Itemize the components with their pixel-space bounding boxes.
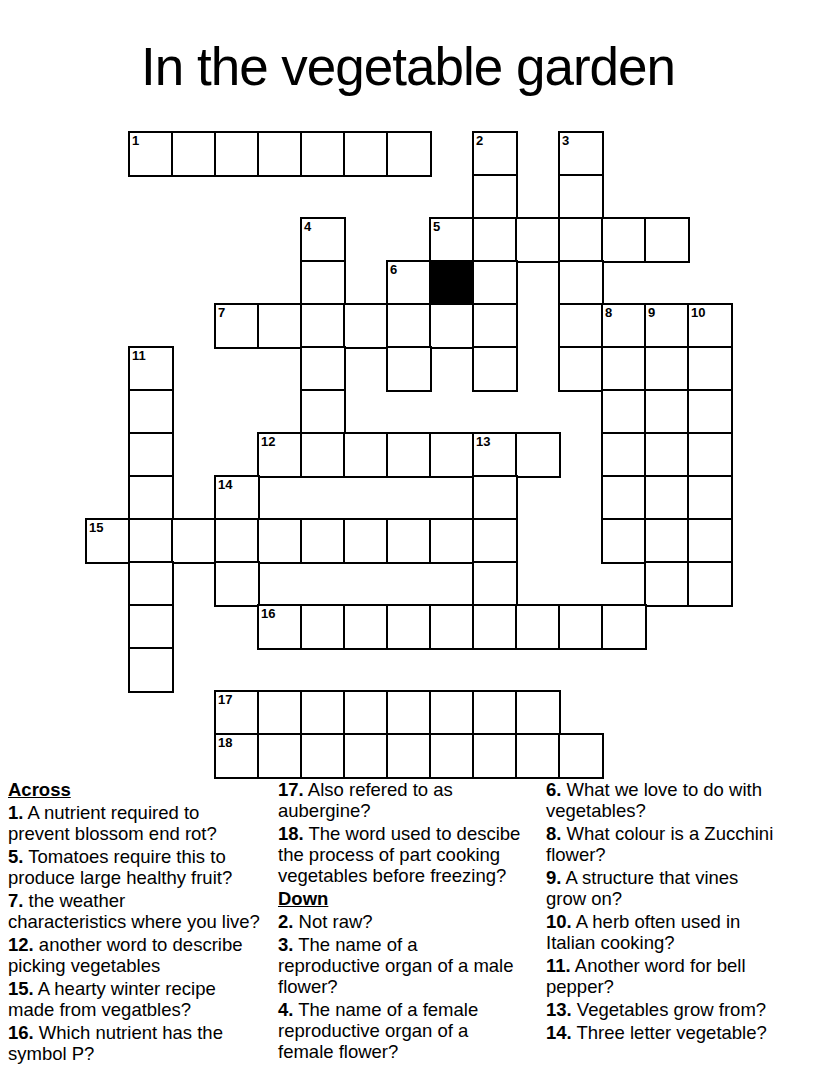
clue-text: Another word for bell pepper? bbox=[546, 955, 746, 997]
clue-number-label: 7. bbox=[8, 890, 23, 911]
grid-cell[interactable] bbox=[472, 303, 518, 349]
grid-cell[interactable] bbox=[429, 690, 475, 736]
across-clue-1: 1. A nutrient required to prevent blosso… bbox=[8, 802, 272, 844]
clue-number-label: 18. bbox=[278, 823, 304, 844]
grid-cell[interactable]: 7 bbox=[214, 303, 260, 349]
grid-cell[interactable] bbox=[687, 561, 733, 607]
grid-cell[interactable] bbox=[386, 733, 432, 779]
grid-cell[interactable] bbox=[515, 733, 561, 779]
grid-cell[interactable] bbox=[515, 432, 561, 478]
down-clue-13: 13. Vegetables grow from? bbox=[546, 999, 812, 1020]
grid-cell[interactable] bbox=[558, 346, 604, 392]
grid-cell[interactable] bbox=[472, 733, 518, 779]
clues-column-1: Across1. A nutrient required to prevent … bbox=[8, 779, 272, 1066]
clue-number-label: 15. bbox=[8, 978, 34, 999]
grid-cell[interactable] bbox=[601, 389, 647, 435]
clue-text: A hearty winter recipe made from vegatbl… bbox=[8, 978, 216, 1020]
grid-cell[interactable] bbox=[257, 518, 303, 564]
clue-number-label: 5. bbox=[8, 846, 23, 867]
down-clue-3: 3. The name of a reproductive organ of a… bbox=[278, 934, 538, 997]
grid-cell[interactable] bbox=[515, 690, 561, 736]
grid-cell[interactable]: 8 bbox=[601, 303, 647, 349]
grid-cell[interactable] bbox=[128, 518, 174, 564]
grid-cell[interactable] bbox=[300, 260, 346, 306]
grid-cell[interactable] bbox=[644, 561, 690, 607]
grid-cell[interactable] bbox=[472, 561, 518, 607]
clue-text: Also refered to as aubergine? bbox=[278, 779, 453, 821]
clue-text: the weather characteristics where you li… bbox=[8, 890, 260, 932]
clue-number: 5 bbox=[433, 219, 440, 234]
grid-cell[interactable] bbox=[429, 432, 475, 478]
down-clue-10: 10. A herb often used in Italian cooking… bbox=[546, 911, 812, 953]
grid-cell[interactable] bbox=[257, 690, 303, 736]
grid-cell[interactable] bbox=[300, 432, 346, 478]
down-clue-6: 6. What we love to do with vegetables? bbox=[546, 779, 812, 821]
clue-text: The name of a female reproductive organ … bbox=[278, 999, 478, 1062]
grid-cell[interactable] bbox=[386, 604, 432, 650]
clue-number-label: 3. bbox=[278, 934, 293, 955]
clue-number: 3 bbox=[562, 133, 569, 148]
grid-cell[interactable] bbox=[386, 346, 432, 392]
grid-cell[interactable] bbox=[343, 518, 389, 564]
grid-cell[interactable] bbox=[644, 432, 690, 478]
grid-cell[interactable] bbox=[558, 217, 604, 263]
crossword-grid: 123456789101112131415161718 bbox=[85, 131, 735, 781]
down-clue-4: 4. The name of a female reproductive org… bbox=[278, 999, 538, 1062]
grid-cell[interactable]: 5 bbox=[429, 217, 475, 263]
clue-number: 17 bbox=[218, 692, 232, 707]
clue-number: 11 bbox=[132, 348, 146, 363]
grid-cell[interactable] bbox=[644, 346, 690, 392]
grid-cell[interactable] bbox=[558, 733, 604, 779]
clue-number: 6 bbox=[390, 262, 397, 277]
clue-number-label: 1. bbox=[8, 802, 23, 823]
clue-text: Vegetables grow from? bbox=[577, 999, 766, 1020]
clue-number: 18 bbox=[218, 735, 232, 750]
clue-text: What colour is a Zucchini flower? bbox=[546, 823, 773, 865]
across-clue-12: 12. another word to describe picking veg… bbox=[8, 934, 272, 976]
clue-number: 1 bbox=[132, 133, 139, 148]
clue-text: Not raw? bbox=[299, 911, 373, 932]
grid-cell[interactable]: 3 bbox=[558, 131, 604, 177]
grid-cell[interactable] bbox=[644, 217, 690, 263]
clue-number-label: 8. bbox=[546, 823, 561, 844]
down-clue-14: 14. Three letter vegetable? bbox=[546, 1022, 812, 1043]
grid-cell[interactable] bbox=[644, 389, 690, 435]
clue-text: A nutrient required to prevent blossom e… bbox=[8, 802, 217, 844]
grid-cell[interactable]: 13 bbox=[472, 432, 518, 478]
clue-number-label: 12. bbox=[8, 934, 34, 955]
grid-cell[interactable] bbox=[687, 346, 733, 392]
grid-cell[interactable]: 2 bbox=[472, 131, 518, 177]
clue-text: another word to describe picking vegetab… bbox=[8, 934, 242, 976]
across-clue-7: 7. the weather characteristics where you… bbox=[8, 890, 272, 932]
grid-cell[interactable] bbox=[472, 217, 518, 263]
grid-cell[interactable]: 12 bbox=[257, 432, 303, 478]
grid-cell[interactable] bbox=[300, 518, 346, 564]
clue-number: 8 bbox=[605, 305, 612, 320]
grid-cell[interactable] bbox=[300, 733, 346, 779]
grid-cell[interactable] bbox=[687, 389, 733, 435]
grid-cell[interactable] bbox=[429, 604, 475, 650]
clue-number: 2 bbox=[476, 133, 483, 148]
grid-cell[interactable] bbox=[386, 131, 432, 177]
grid-cell[interactable] bbox=[300, 389, 346, 435]
grid-cell[interactable] bbox=[601, 475, 647, 521]
clue-number-label: 16. bbox=[8, 1022, 34, 1043]
grid-cell[interactable] bbox=[343, 733, 389, 779]
down-clue-2: 2. Not raw? bbox=[278, 911, 538, 932]
clue-text: Which nutrient has the symbol P? bbox=[8, 1022, 223, 1064]
grid-cell[interactable] bbox=[171, 131, 217, 177]
grid-cell[interactable] bbox=[601, 346, 647, 392]
grid-cell[interactable] bbox=[472, 346, 518, 392]
grid-cell[interactable] bbox=[386, 432, 432, 478]
grid-cell[interactable]: 6 bbox=[386, 260, 432, 306]
grid-cell[interactable]: 9 bbox=[644, 303, 690, 349]
grid-cell[interactable] bbox=[515, 604, 561, 650]
grid-cell[interactable] bbox=[214, 131, 260, 177]
grid-cell[interactable]: 4 bbox=[300, 217, 346, 263]
clue-number: 10 bbox=[691, 305, 705, 320]
across-clue-15: 15. A hearty winter recipe made from veg… bbox=[8, 978, 272, 1020]
grid-cell[interactable] bbox=[171, 518, 217, 564]
grid-cell[interactable]: 11 bbox=[128, 346, 174, 392]
grid-cell[interactable] bbox=[300, 346, 346, 392]
across-heading: Across bbox=[8, 779, 272, 800]
grid-cell[interactable] bbox=[300, 131, 346, 177]
clues-column-2: 17. Also refered to as aubergine?18. The… bbox=[278, 779, 538, 1064]
clue-number: 16 bbox=[261, 606, 275, 621]
grid-cell[interactable] bbox=[644, 475, 690, 521]
black-cell bbox=[429, 260, 475, 306]
grid-cell[interactable] bbox=[472, 475, 518, 521]
clue-text: The name of a reproductive organ of a ma… bbox=[278, 934, 514, 997]
grid-cell[interactable] bbox=[343, 303, 389, 349]
grid-cell[interactable] bbox=[214, 561, 260, 607]
clue-number-label: 10. bbox=[546, 911, 572, 932]
across-clue-5: 5. Tomatoes require this to produce larg… bbox=[8, 846, 272, 888]
clue-number-label: 14. bbox=[546, 1022, 572, 1043]
across-clue-18: 18. The word used to descibe the process… bbox=[278, 823, 538, 886]
clue-text: A structure that vines grow on? bbox=[546, 867, 738, 909]
grid-cell[interactable] bbox=[558, 604, 604, 650]
grid-cell[interactable] bbox=[472, 604, 518, 650]
grid-cell[interactable] bbox=[429, 303, 475, 349]
down-clue-11: 11. Another word for bell pepper? bbox=[546, 955, 812, 997]
grid-cell[interactable] bbox=[386, 518, 432, 564]
grid-cell[interactable]: 15 bbox=[85, 518, 131, 564]
clue-number-label: 4. bbox=[278, 999, 293, 1020]
page-title: In the vegetable garden bbox=[0, 36, 816, 97]
clue-number: 7 bbox=[218, 305, 225, 320]
grid-cell[interactable] bbox=[257, 733, 303, 779]
grid-cell[interactable] bbox=[472, 518, 518, 564]
grid-cell[interactable] bbox=[214, 518, 260, 564]
grid-cell[interactable] bbox=[687, 432, 733, 478]
clue-text: Tomatoes require this to produce large h… bbox=[8, 846, 232, 888]
down-heading: Down bbox=[278, 888, 538, 909]
grid-cell[interactable] bbox=[128, 432, 174, 478]
clue-text: The word used to descibe the process of … bbox=[278, 823, 520, 886]
grid-cell[interactable]: 10 bbox=[687, 303, 733, 349]
grid-cell[interactable]: 1 bbox=[128, 131, 174, 177]
grid-cell[interactable] bbox=[644, 518, 690, 564]
grid-cell[interactable] bbox=[128, 561, 174, 607]
clue-number: 9 bbox=[648, 305, 655, 320]
grid-cell[interactable] bbox=[300, 303, 346, 349]
grid-cell[interactable] bbox=[343, 432, 389, 478]
clue-number: 12 bbox=[261, 434, 275, 449]
grid-cell[interactable] bbox=[257, 303, 303, 349]
grid-cell[interactable] bbox=[558, 174, 604, 220]
clue-number: 4 bbox=[304, 219, 311, 234]
grid-cell[interactable] bbox=[300, 690, 346, 736]
grid-cell[interactable] bbox=[687, 475, 733, 521]
grid-cell[interactable] bbox=[128, 604, 174, 650]
grid-cell[interactable] bbox=[343, 604, 389, 650]
grid-cell[interactable]: 18 bbox=[214, 733, 260, 779]
down-clue-9: 9. A structure that vines grow on? bbox=[546, 867, 812, 909]
clue-number-label: 13. bbox=[546, 999, 572, 1020]
grid-cell[interactable] bbox=[558, 303, 604, 349]
clue-number: 15 bbox=[89, 520, 103, 535]
grid-cell[interactable] bbox=[472, 260, 518, 306]
grid-cell[interactable] bbox=[601, 217, 647, 263]
clues-column-3: 6. What we love to do with vegetables?8.… bbox=[546, 779, 812, 1045]
grid-cell[interactable] bbox=[429, 518, 475, 564]
grid-cell[interactable] bbox=[601, 604, 647, 650]
worksheet-page: In the vegetable garden 1234567891011121… bbox=[0, 0, 816, 1083]
clue-number-label: 9. bbox=[546, 867, 561, 888]
grid-cell[interactable] bbox=[558, 260, 604, 306]
clue-text: What we love to do with vegetables? bbox=[546, 779, 762, 821]
grid-cell[interactable] bbox=[472, 690, 518, 736]
grid-cell[interactable] bbox=[687, 518, 733, 564]
clue-number-label: 17. bbox=[278, 779, 304, 800]
grid-cell[interactable]: 14 bbox=[214, 475, 260, 521]
grid-cell[interactable] bbox=[343, 131, 389, 177]
across-clue-17: 17. Also refered to as aubergine? bbox=[278, 779, 538, 821]
grid-cell[interactable] bbox=[472, 174, 518, 220]
grid-cell[interactable] bbox=[386, 690, 432, 736]
grid-cell[interactable] bbox=[386, 303, 432, 349]
grid-cell[interactable]: 17 bbox=[214, 690, 260, 736]
across-clue-16: 16. Which nutrient has the symbol P? bbox=[8, 1022, 272, 1064]
grid-cell[interactable] bbox=[515, 217, 561, 263]
grid-cell[interactable] bbox=[300, 604, 346, 650]
grid-cell[interactable] bbox=[343, 690, 389, 736]
grid-cell[interactable] bbox=[601, 518, 647, 564]
clue-text: A herb often used in Italian cooking? bbox=[546, 911, 740, 953]
clue-text: Three letter vegetable? bbox=[577, 1022, 767, 1043]
clue-number-label: 2. bbox=[278, 911, 293, 932]
grid-cell[interactable] bbox=[601, 432, 647, 478]
grid-cell[interactable] bbox=[128, 475, 174, 521]
grid-cell[interactable] bbox=[257, 131, 303, 177]
down-clue-8: 8. What colour is a Zucchini flower? bbox=[546, 823, 812, 865]
clue-number: 14 bbox=[218, 477, 232, 492]
grid-cell[interactable]: 16 bbox=[257, 604, 303, 650]
clue-number-label: 6. bbox=[546, 779, 561, 800]
grid-cell[interactable] bbox=[128, 647, 174, 693]
grid-cell[interactable] bbox=[429, 733, 475, 779]
grid-cell[interactable] bbox=[128, 389, 174, 435]
clue-number: 13 bbox=[476, 434, 490, 449]
clue-number-label: 11. bbox=[546, 955, 571, 976]
